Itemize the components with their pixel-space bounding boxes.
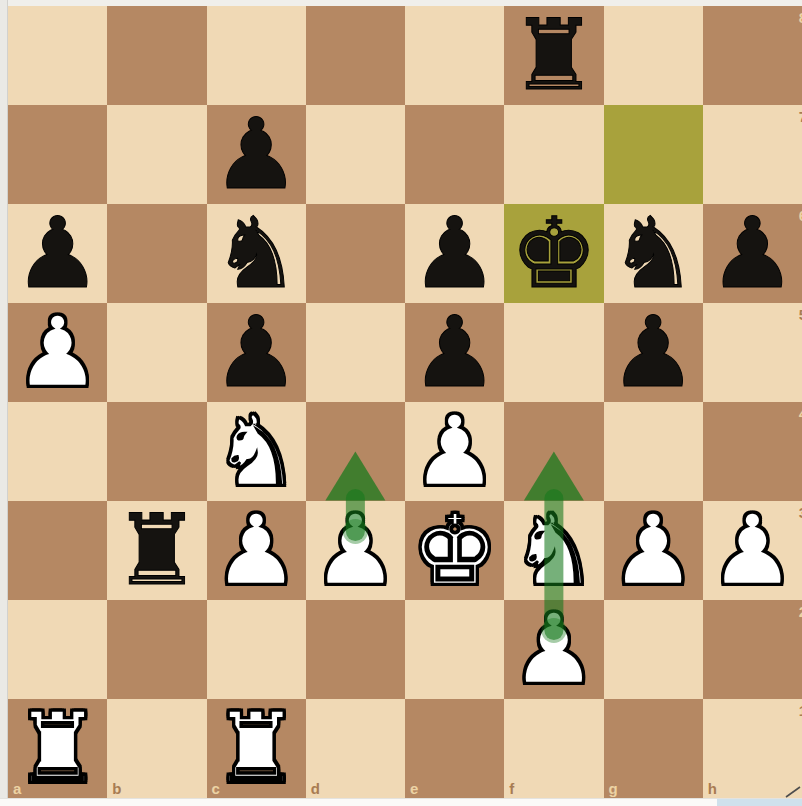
piece-white-pawn-a5[interactable]: ♟ — [8, 303, 107, 402]
square-e8[interactable] — [405, 6, 504, 105]
square-b8[interactable] — [107, 6, 206, 105]
square-f5[interactable] — [504, 303, 603, 402]
square-a7[interactable] — [8, 105, 107, 204]
square-d5[interactable] — [306, 303, 405, 402]
square-g5[interactable]: ♟ — [604, 303, 703, 402]
square-a4[interactable] — [8, 402, 107, 501]
piece-white-pawn-c3[interactable]: ♟ — [207, 501, 306, 600]
chess-board: ♜8♟7♟♞♟♚♞6♟♟♟♟♟5♞♟4♜♟♟♚♞♟3♟♟2a♜bc♜defg1h — [8, 6, 802, 798]
square-h3[interactable]: 3♟ — [703, 501, 802, 600]
square-f7[interactable] — [504, 105, 603, 204]
piece-white-pawn-h3[interactable]: ♟ — [703, 501, 802, 600]
square-c4[interactable]: ♞ — [207, 402, 306, 501]
file-label-b: b — [112, 781, 121, 796]
file-label-h: h — [708, 781, 717, 796]
square-b2[interactable] — [107, 600, 206, 699]
rank-label-3: 3 — [799, 505, 802, 520]
page-left-margin — [0, 0, 8, 798]
square-c8[interactable] — [207, 6, 306, 105]
piece-black-king-f6[interactable]: ♚ — [504, 204, 603, 303]
square-d1[interactable]: d — [306, 699, 405, 798]
piece-black-pawn-a6[interactable]: ♟ — [8, 204, 107, 303]
piece-black-pawn-c7[interactable]: ♟ — [207, 105, 306, 204]
square-a2[interactable] — [8, 600, 107, 699]
square-d2[interactable] — [306, 600, 405, 699]
square-a1[interactable]: a♜ — [8, 699, 107, 798]
square-d4[interactable] — [306, 402, 405, 501]
square-b7[interactable] — [107, 105, 206, 204]
piece-white-rook-a1[interactable]: ♜ — [8, 699, 107, 798]
square-c6[interactable]: ♞ — [207, 204, 306, 303]
piece-black-knight-g6[interactable]: ♞ — [604, 204, 703, 303]
piece-white-pawn-d3[interactable]: ♟ — [306, 501, 405, 600]
file-label-e: e — [410, 781, 418, 796]
piece-white-pawn-e4[interactable]: ♟ — [405, 402, 504, 501]
square-f4[interactable] — [504, 402, 603, 501]
file-label-d: d — [311, 781, 320, 796]
square-b6[interactable] — [107, 204, 206, 303]
piece-black-pawn-h6[interactable]: ♟ — [703, 204, 802, 303]
square-h6[interactable]: 6♟ — [703, 204, 802, 303]
square-c3[interactable]: ♟ — [207, 501, 306, 600]
square-h2[interactable]: 2 — [703, 600, 802, 699]
horizontal-scrollbar-thumb[interactable] — [717, 799, 802, 806]
rank-label-1: 1 — [799, 703, 802, 718]
square-h7[interactable]: 7 — [703, 105, 802, 204]
square-b1[interactable]: b — [107, 699, 206, 798]
piece-black-pawn-g5[interactable]: ♟ — [604, 303, 703, 402]
square-a3[interactable] — [8, 501, 107, 600]
file-label-f: f — [509, 781, 514, 796]
rank-label-7: 7 — [799, 109, 802, 124]
piece-white-rook-c1[interactable]: ♜ — [207, 699, 306, 798]
piece-white-king-e3[interactable]: ♚ — [405, 501, 504, 600]
square-g4[interactable] — [604, 402, 703, 501]
square-f3[interactable]: ♞ — [504, 501, 603, 600]
file-label-c: c — [212, 781, 220, 796]
square-h1[interactable]: 1h — [703, 699, 802, 798]
piece-black-rook-b3[interactable]: ♜ — [107, 501, 206, 600]
square-a8[interactable] — [8, 6, 107, 105]
square-c2[interactable] — [207, 600, 306, 699]
square-e4[interactable]: ♟ — [405, 402, 504, 501]
square-e3[interactable]: ♚ — [405, 501, 504, 600]
square-a6[interactable]: ♟ — [8, 204, 107, 303]
square-d6[interactable] — [306, 204, 405, 303]
piece-black-knight-c6[interactable]: ♞ — [207, 204, 306, 303]
square-h4[interactable]: 4 — [703, 402, 802, 501]
square-h8[interactable]: 8 — [703, 6, 802, 105]
square-e2[interactable] — [405, 600, 504, 699]
piece-white-pawn-g3[interactable]: ♟ — [604, 501, 703, 600]
rank-label-6: 6 — [799, 208, 802, 223]
square-e1[interactable]: e — [405, 699, 504, 798]
piece-black-pawn-e5[interactable]: ♟ — [405, 303, 504, 402]
piece-black-rook-f8[interactable]: ♜ — [504, 6, 603, 105]
square-g3[interactable]: ♟ — [604, 501, 703, 600]
file-label-g: g — [609, 781, 618, 796]
piece-white-knight-f3[interactable]: ♞ — [504, 501, 603, 600]
square-b4[interactable] — [107, 402, 206, 501]
piece-white-knight-c4[interactable]: ♞ — [207, 402, 306, 501]
square-d8[interactable] — [306, 6, 405, 105]
piece-black-pawn-e6[interactable]: ♟ — [405, 204, 504, 303]
square-e5[interactable]: ♟ — [405, 303, 504, 402]
square-e7[interactable] — [405, 105, 504, 204]
square-d7[interactable] — [306, 105, 405, 204]
square-d3[interactable]: ♟ — [306, 501, 405, 600]
square-a5[interactable]: ♟ — [8, 303, 107, 402]
square-g8[interactable] — [604, 6, 703, 105]
square-h5[interactable]: 5 — [703, 303, 802, 402]
rank-label-5: 5 — [799, 307, 802, 322]
rank-label-2: 2 — [799, 604, 802, 619]
square-b5[interactable] — [107, 303, 206, 402]
square-f8[interactable]: ♜ — [504, 6, 603, 105]
file-label-a: a — [13, 781, 21, 796]
square-g7[interactable] — [604, 105, 703, 204]
horizontal-scrollbar-track — [0, 798, 802, 806]
page: ♜8♟7♟♞♟♚♞6♟♟♟♟♟5♞♟4♜♟♟♚♞♟3♟♟2a♜bc♜defg1h — [0, 0, 802, 806]
square-f6[interactable]: ♚ — [504, 204, 603, 303]
rank-label-8: 8 — [799, 10, 802, 25]
square-c1[interactable]: c♜ — [207, 699, 306, 798]
piece-white-pawn-f2[interactable]: ♟ — [504, 600, 603, 699]
square-c7[interactable]: ♟ — [207, 105, 306, 204]
rank-label-4: 4 — [799, 406, 802, 421]
square-e6[interactable]: ♟ — [405, 204, 504, 303]
piece-black-pawn-c5[interactable]: ♟ — [207, 303, 306, 402]
square-c5[interactable]: ♟ — [207, 303, 306, 402]
square-f2[interactable]: ♟ — [504, 600, 603, 699]
square-g2[interactable] — [604, 600, 703, 699]
square-g6[interactable]: ♞ — [604, 204, 703, 303]
square-b3[interactable]: ♜ — [107, 501, 206, 600]
square-g1[interactable]: g — [604, 699, 703, 798]
square-f1[interactable]: f — [504, 699, 603, 798]
